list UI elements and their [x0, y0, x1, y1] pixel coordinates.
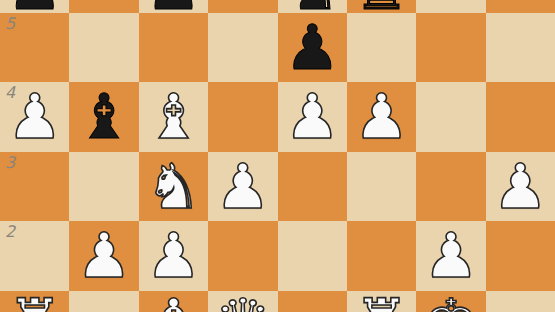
white-pawn-d3[interactable]: ♟ — [208, 152, 277, 221]
square-d4[interactable] — [208, 82, 277, 151]
white-bishop-c4[interactable]: ♝ — [139, 82, 208, 151]
square-c6[interactable]: ♟ — [139, 0, 208, 13]
chess-board: ♟♟♞♜5♟4♟♝♝♟♟3♞♟♟2♟♟♟♜♝♛♜♚ — [0, 0, 555, 312]
square-a3[interactable]: 3 — [0, 152, 69, 221]
square-c5[interactable] — [139, 13, 208, 82]
white-queen-d1[interactable]: ♛ — [208, 291, 277, 312]
square-e3[interactable] — [278, 152, 347, 221]
black-pawn-c6[interactable]: ♟ — [139, 0, 208, 13]
black-knight-e6[interactable]: ♞ — [278, 0, 347, 13]
white-pawn-e4[interactable]: ♟ — [278, 82, 347, 151]
square-h5[interactable] — [486, 13, 555, 82]
square-g6[interactable] — [416, 0, 485, 13]
white-pawn-a4[interactable]: ♟ — [0, 82, 69, 151]
white-king-g1[interactable]: ♚ — [416, 291, 485, 312]
square-b3[interactable] — [69, 152, 138, 221]
white-bishop-c1[interactable]: ♝ — [139, 291, 208, 312]
white-pawn-f4[interactable]: ♟ — [347, 82, 416, 151]
black-pawn-a6[interactable]: ♟ — [0, 0, 69, 13]
black-pawn-e5[interactable]: ♟ — [278, 13, 347, 82]
chessboard-screenshot: ♟♟♞♜5♟4♟♝♝♟♟3♞♟♟2♟♟♟♜♝♛♜♚ — [0, 0, 555, 312]
square-b6[interactable] — [69, 0, 138, 13]
square-d5[interactable] — [208, 13, 277, 82]
square-f5[interactable] — [347, 13, 416, 82]
square-h3[interactable]: ♟ — [486, 152, 555, 221]
square-d2[interactable] — [208, 221, 277, 290]
square-d1[interactable]: ♛ — [208, 291, 277, 312]
square-h6[interactable] — [486, 0, 555, 13]
square-b5[interactable] — [69, 13, 138, 82]
square-b1[interactable] — [69, 291, 138, 312]
square-g2[interactable]: ♟ — [416, 221, 485, 290]
square-f1[interactable]: ♜ — [347, 291, 416, 312]
square-f3[interactable] — [347, 152, 416, 221]
square-d3[interactable]: ♟ — [208, 152, 277, 221]
square-g1[interactable]: ♚ — [416, 291, 485, 312]
square-a6[interactable]: ♟ — [0, 0, 69, 13]
white-knight-c3[interactable]: ♞ — [139, 152, 208, 221]
square-e5[interactable]: ♟ — [278, 13, 347, 82]
rank-label-3: 3 — [5, 155, 15, 171]
square-g3[interactable] — [416, 152, 485, 221]
square-c4[interactable]: ♝ — [139, 82, 208, 151]
black-bishop-b4[interactable]: ♝ — [69, 82, 138, 151]
square-h2[interactable] — [486, 221, 555, 290]
rank-label-5: 5 — [5, 16, 15, 32]
square-a4[interactable]: 4♟ — [0, 82, 69, 151]
square-f4[interactable]: ♟ — [347, 82, 416, 151]
white-pawn-h3[interactable]: ♟ — [486, 152, 555, 221]
white-pawn-g2[interactable]: ♟ — [416, 221, 485, 290]
square-f2[interactable] — [347, 221, 416, 290]
square-c3[interactable]: ♞ — [139, 152, 208, 221]
square-f6[interactable]: ♜ — [347, 0, 416, 13]
square-d6[interactable] — [208, 0, 277, 13]
square-a2[interactable]: 2 — [0, 221, 69, 290]
square-a1[interactable]: ♜ — [0, 291, 69, 312]
square-e1[interactable] — [278, 291, 347, 312]
white-pawn-b2[interactable]: ♟ — [69, 221, 138, 290]
square-c1[interactable]: ♝ — [139, 291, 208, 312]
white-pawn-c2[interactable]: ♟ — [139, 221, 208, 290]
square-h4[interactable] — [486, 82, 555, 151]
white-rook-a1[interactable]: ♜ — [0, 291, 69, 312]
square-g4[interactable] — [416, 82, 485, 151]
square-e2[interactable] — [278, 221, 347, 290]
square-e6[interactable]: ♞ — [278, 0, 347, 13]
square-g5[interactable] — [416, 13, 485, 82]
square-e4[interactable]: ♟ — [278, 82, 347, 151]
square-h1[interactable] — [486, 291, 555, 312]
square-a5[interactable]: 5 — [0, 13, 69, 82]
square-b4[interactable]: ♝ — [69, 82, 138, 151]
white-rook-f1[interactable]: ♜ — [347, 291, 416, 312]
square-c2[interactable]: ♟ — [139, 221, 208, 290]
rank-label-2: 2 — [5, 224, 15, 240]
square-b2[interactable]: ♟ — [69, 221, 138, 290]
black-rook-f6[interactable]: ♜ — [347, 0, 416, 13]
